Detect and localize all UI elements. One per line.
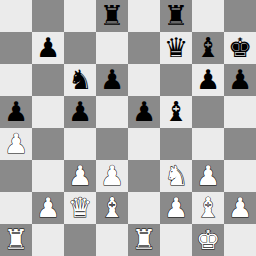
square-f4[interactable] [160, 128, 192, 160]
square-h7[interactable]: ♚ [224, 32, 256, 64]
square-c4[interactable] [64, 128, 96, 160]
piece-black-pawn: ♟ [132, 96, 156, 128]
square-a2[interactable] [0, 192, 32, 224]
square-a3[interactable] [0, 160, 32, 192]
square-g3[interactable]: ♟ [192, 160, 224, 192]
square-b4[interactable] [32, 128, 64, 160]
square-g5[interactable] [192, 96, 224, 128]
square-g6[interactable]: ♟ [192, 64, 224, 96]
square-d4[interactable] [96, 128, 128, 160]
piece-black-rook: ♜ [164, 0, 188, 32]
square-f3[interactable]: ♞ [160, 160, 192, 192]
square-a6[interactable] [0, 64, 32, 96]
piece-white-bishop: ♝ [100, 192, 124, 224]
square-a5[interactable]: ♟ [0, 96, 32, 128]
square-g4[interactable] [192, 128, 224, 160]
piece-black-pawn: ♟ [228, 64, 252, 96]
piece-black-king: ♚ [228, 32, 252, 64]
square-c8[interactable] [64, 0, 96, 32]
square-b5[interactable] [32, 96, 64, 128]
square-f7[interactable]: ♛ [160, 32, 192, 64]
square-c3[interactable]: ♟ [64, 160, 96, 192]
square-b1[interactable] [32, 224, 64, 256]
square-h3[interactable] [224, 160, 256, 192]
piece-white-pawn: ♟ [228, 192, 252, 224]
piece-white-pawn: ♟ [36, 192, 60, 224]
square-b6[interactable] [32, 64, 64, 96]
square-f6[interactable] [160, 64, 192, 96]
piece-black-rook: ♜ [100, 0, 124, 32]
piece-black-bishop: ♝ [164, 96, 188, 128]
piece-white-pawn: ♟ [100, 160, 124, 192]
square-d7[interactable] [96, 32, 128, 64]
square-e4[interactable] [128, 128, 160, 160]
square-b3[interactable] [32, 160, 64, 192]
piece-white-bishop: ♝ [196, 192, 220, 224]
piece-white-king: ♚ [196, 224, 220, 256]
square-c1[interactable] [64, 224, 96, 256]
piece-black-queen: ♛ [164, 32, 188, 64]
square-c2[interactable]: ♛ [64, 192, 96, 224]
square-d3[interactable]: ♟ [96, 160, 128, 192]
square-h4[interactable] [224, 128, 256, 160]
square-f1[interactable] [160, 224, 192, 256]
square-c6[interactable]: ♞ [64, 64, 96, 96]
square-d8[interactable]: ♜ [96, 0, 128, 32]
piece-white-rook: ♜ [132, 224, 156, 256]
chess-board: ♜♜♟♛♝♚♞♟♟♟♟♟♟♝♟♟♟♞♟♟♛♝♟♝♟♜♜♚ [0, 0, 256, 256]
piece-white-rook: ♜ [4, 224, 28, 256]
piece-white-pawn: ♟ [68, 160, 92, 192]
square-a7[interactable] [0, 32, 32, 64]
square-d2[interactable]: ♝ [96, 192, 128, 224]
square-g7[interactable]: ♝ [192, 32, 224, 64]
piece-white-pawn: ♟ [196, 160, 220, 192]
square-c5[interactable]: ♟ [64, 96, 96, 128]
square-f8[interactable]: ♜ [160, 0, 192, 32]
square-g1[interactable]: ♚ [192, 224, 224, 256]
piece-white-pawn: ♟ [164, 192, 188, 224]
square-h2[interactable]: ♟ [224, 192, 256, 224]
square-e8[interactable] [128, 0, 160, 32]
square-a8[interactable] [0, 0, 32, 32]
square-h6[interactable]: ♟ [224, 64, 256, 96]
square-d1[interactable] [96, 224, 128, 256]
square-b7[interactable]: ♟ [32, 32, 64, 64]
square-d5[interactable] [96, 96, 128, 128]
piece-black-knight: ♞ [68, 64, 92, 96]
square-a4[interactable]: ♟ [0, 128, 32, 160]
piece-white-queen: ♛ [68, 192, 92, 224]
square-g2[interactable]: ♝ [192, 192, 224, 224]
square-b8[interactable] [32, 0, 64, 32]
square-b2[interactable]: ♟ [32, 192, 64, 224]
square-h1[interactable] [224, 224, 256, 256]
square-e6[interactable] [128, 64, 160, 96]
piece-white-knight: ♞ [164, 160, 188, 192]
square-e1[interactable]: ♜ [128, 224, 160, 256]
square-f2[interactable]: ♟ [160, 192, 192, 224]
square-f5[interactable]: ♝ [160, 96, 192, 128]
square-h8[interactable] [224, 0, 256, 32]
square-d6[interactable]: ♟ [96, 64, 128, 96]
piece-black-pawn: ♟ [4, 96, 28, 128]
square-g8[interactable] [192, 0, 224, 32]
square-a1[interactable]: ♜ [0, 224, 32, 256]
square-e2[interactable] [128, 192, 160, 224]
piece-black-pawn: ♟ [100, 64, 124, 96]
piece-black-pawn: ♟ [36, 32, 60, 64]
square-h5[interactable] [224, 96, 256, 128]
piece-black-pawn: ♟ [196, 64, 220, 96]
square-c7[interactable] [64, 32, 96, 64]
piece-black-pawn: ♟ [68, 96, 92, 128]
piece-white-pawn: ♟ [4, 128, 28, 160]
square-e5[interactable]: ♟ [128, 96, 160, 128]
square-e7[interactable] [128, 32, 160, 64]
square-e3[interactable] [128, 160, 160, 192]
piece-black-bishop: ♝ [196, 32, 220, 64]
